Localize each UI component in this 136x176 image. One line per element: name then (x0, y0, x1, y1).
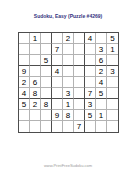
sudoku-cell-r5c5 (63, 77, 74, 88)
sudoku-cell-r8c3 (41, 110, 52, 121)
sudoku-cell-r1c7: 4 (85, 33, 96, 44)
sudoku-cell-r3c3: 5 (41, 55, 52, 66)
sudoku-cell-r5c7 (85, 77, 96, 88)
sudoku-cell-r4c1: 9 (19, 66, 30, 77)
sudoku-cell-r2c9: 1 (107, 44, 118, 55)
sudoku-cell-r4c4: 4 (52, 66, 63, 77)
sudoku-cell-r4c6 (74, 66, 85, 77)
sudoku-cell-r9c9 (107, 121, 118, 132)
sudoku-cell-r2c1 (19, 44, 30, 55)
sudoku-cell-r7c2: 2 (30, 99, 41, 110)
sudoku-cell-r9c6: 7 (74, 121, 85, 132)
sudoku-cell-r8c6 (74, 110, 85, 121)
sudoku-cell-r6c1: 4 (19, 88, 30, 99)
sudoku-cell-r1c4 (52, 33, 63, 44)
sudoku-cell-r1c6 (74, 33, 85, 44)
sudoku-cell-r9c5 (63, 121, 74, 132)
sudoku-cell-r4c7 (85, 66, 96, 77)
sudoku-cell-r2c5 (63, 44, 74, 55)
sudoku-cell-r5c2: 6 (30, 77, 41, 88)
sudoku-cell-r9c4 (52, 121, 63, 132)
footer-url: www.PrintFreeSudoku.com (0, 163, 136, 168)
sudoku-cell-r3c8: 6 (96, 55, 107, 66)
sudoku-cell-r2c2 (30, 44, 41, 55)
sudoku-cell-r3c7 (85, 55, 96, 66)
sudoku-cell-r3c5 (63, 55, 74, 66)
sudoku-cell-r1c1 (19, 33, 30, 44)
sudoku-cell-r3c6 (74, 55, 85, 66)
sudoku-cell-r2c3 (41, 44, 52, 55)
sudoku-cell-r4c9: 3 (107, 66, 118, 77)
sudoku-cell-r3c4 (52, 55, 63, 66)
sudoku-cell-r8c2 (30, 110, 41, 121)
sudoku-cell-r8c5: 8 (63, 110, 74, 121)
sudoku-cell-r7c5: 1 (63, 99, 74, 110)
sudoku-cell-r3c1 (19, 55, 30, 66)
sudoku-cell-r8c9 (107, 110, 118, 121)
sudoku-cell-r4c8: 2 (96, 66, 107, 77)
sudoku-cell-r6c8: 5 (96, 88, 107, 99)
sudoku-cell-r9c8 (96, 121, 107, 132)
sudoku-cell-r8c4: 9 (52, 110, 63, 121)
sudoku-cell-r4c5 (63, 66, 74, 77)
sudoku-cell-r9c1 (19, 121, 30, 132)
sudoku-cell-r8c8: 1 (96, 110, 107, 121)
sudoku-cell-r2c7 (85, 44, 96, 55)
sudoku-cell-r2c6 (74, 44, 85, 55)
sudoku-cell-r5c8: 4 (96, 77, 107, 88)
page-title: Sudoku, Easy (Puzzle #4269) (0, 13, 136, 20)
sudoku-cell-r8c7: 5 (85, 110, 96, 121)
sudoku-cell-r7c1: 5 (19, 99, 30, 110)
sudoku-cell-r5c6 (74, 77, 85, 88)
sudoku-cell-r4c2 (30, 66, 41, 77)
sudoku-cell-r3c9 (107, 55, 118, 66)
sudoku-cell-r7c6 (74, 99, 85, 110)
sudoku-cell-r6c4 (52, 88, 63, 99)
sudoku-cell-r1c8 (96, 33, 107, 44)
printable-sudoku-page: Sudoku, Easy (Puzzle #4269) 124573156942… (0, 0, 136, 176)
sudoku-cell-r1c3 (41, 33, 52, 44)
sudoku-cell-r5c3 (41, 77, 52, 88)
sudoku-cell-r3c2 (30, 55, 41, 66)
sudoku-cell-r7c8 (96, 99, 107, 110)
sudoku-cell-r2c4: 7 (52, 44, 63, 55)
sudoku-cell-r9c2 (30, 121, 41, 132)
sudoku-cell-r6c9 (107, 88, 118, 99)
sudoku-cell-r8c1 (19, 110, 30, 121)
sudoku-cell-r1c9: 5 (107, 33, 118, 44)
sudoku-cell-r5c1: 2 (19, 77, 30, 88)
sudoku-cell-r6c7: 7 (85, 88, 96, 99)
sudoku-cell-r1c5: 2 (63, 33, 74, 44)
sudoku-cell-r5c4 (52, 77, 63, 88)
sudoku-board: 1245731569423264483755281398517 (18, 32, 119, 133)
sudoku-cell-r2c8: 3 (96, 44, 107, 55)
sudoku-cell-r6c5: 3 (63, 88, 74, 99)
sudoku-cell-r9c7 (85, 121, 96, 132)
sudoku-cell-r7c3: 8 (41, 99, 52, 110)
sudoku-cell-r5c9 (107, 77, 118, 88)
sudoku-cell-r6c2: 8 (30, 88, 41, 99)
sudoku-cell-r4c3 (41, 66, 52, 77)
sudoku-cell-r7c4 (52, 99, 63, 110)
sudoku-cell-r7c7: 3 (85, 99, 96, 110)
sudoku-cell-r6c3 (41, 88, 52, 99)
sudoku-cell-r7c9 (107, 99, 118, 110)
sudoku-cell-r1c2: 1 (30, 33, 41, 44)
sudoku-cell-r9c3 (41, 121, 52, 132)
sudoku-cell-r6c6 (74, 88, 85, 99)
